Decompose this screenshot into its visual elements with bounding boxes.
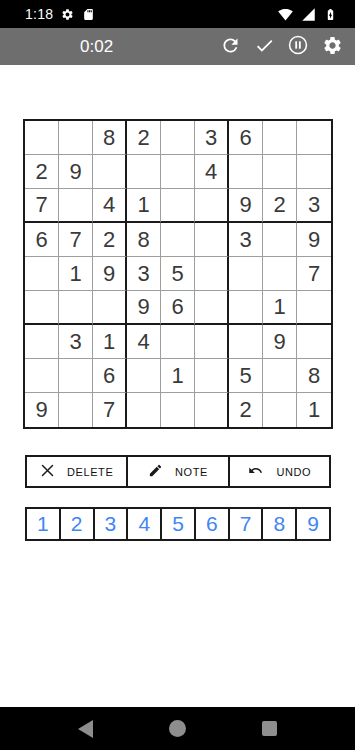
cell-r7c2[interactable]: 3 [59,325,93,359]
pencil-icon [148,463,163,480]
cell-r7c6[interactable] [195,325,229,359]
cell-r2c8[interactable] [263,155,297,189]
pad-digit-8[interactable]: 8 [261,507,297,541]
android-nav-bar [0,707,355,750]
cell-r3c9[interactable]: 3 [297,189,331,223]
action-bar: DELETE NOTE UNDO [25,455,331,488]
cell-r7c1[interactable] [25,325,59,359]
note-button-label: NOTE [175,466,208,478]
cell-r5c3[interactable]: 9 [93,257,127,291]
cell-r2c1[interactable]: 2 [25,155,59,189]
cell-r6c7[interactable] [229,291,263,325]
cell-r9c3[interactable]: 7 [93,393,127,427]
cell-r6c8[interactable]: 1 [263,291,297,325]
cell-r4c2[interactable]: 7 [59,223,93,257]
cell-r6c5[interactable]: 6 [161,291,195,325]
cell-r9c9[interactable]: 1 [297,393,331,427]
cell-r7c3[interactable]: 1 [93,325,127,359]
cell-r4c6[interactable] [195,223,229,257]
toolbar: 0:02 [0,28,355,65]
cell-r9c4[interactable] [127,393,161,427]
game-timer: 0:02 [80,37,113,57]
cell-r1c4[interactable]: 2 [127,121,161,155]
undo-button[interactable]: UNDO [228,455,331,488]
cell-r1c3[interactable]: 8 [93,121,127,155]
cell-r7c8[interactable]: 9 [263,325,297,359]
cell-r5c7[interactable] [229,257,263,291]
cell-r7c9[interactable] [297,325,331,359]
cell-r2c7[interactable] [229,155,263,189]
pad-digit-7[interactable]: 7 [228,507,264,541]
cell-r7c7[interactable] [229,325,263,359]
cell-r9c1[interactable]: 9 [25,393,59,427]
note-button[interactable]: NOTE [126,455,229,488]
status-bar: 1:18 [0,0,355,28]
pad-digit-4[interactable]: 4 [126,507,162,541]
cell-r9c5[interactable] [161,393,195,427]
pad-digit-9[interactable]: 9 [295,507,331,541]
delete-button[interactable]: DELETE [25,455,128,488]
cell-r5c4[interactable]: 3 [127,257,161,291]
cell-r8c2[interactable] [59,359,93,393]
sudoku-board: 823629474192367283919357961314961589721 [23,119,333,429]
delete-button-label: DELETE [67,466,113,478]
cell-r3c2[interactable] [59,189,93,223]
cell-r4c4[interactable]: 8 [127,223,161,257]
cell-r5c9[interactable]: 7 [297,257,331,291]
cell-r1c7[interactable]: 6 [229,121,263,155]
cell-r8c3[interactable]: 6 [93,359,127,393]
cell-r7c5[interactable] [161,325,195,359]
cell-r9c8[interactable] [263,393,297,427]
cell-r6c6[interactable] [195,291,229,325]
pad-digit-3[interactable]: 3 [93,507,129,541]
cell-r8c8[interactable] [263,359,297,393]
cell-r3c4[interactable]: 1 [127,189,161,223]
cell-r6c3[interactable] [93,291,127,325]
cell-r8c4[interactable] [127,359,161,393]
gear-icon [322,35,343,59]
cell-r6c1[interactable] [25,291,59,325]
cell-r9c6[interactable] [195,393,229,427]
cell-r1c8[interactable] [263,121,297,155]
cell-r4c9[interactable]: 9 [297,223,331,257]
cell-r1c6[interactable]: 3 [195,121,229,155]
cell-r6c2[interactable] [59,291,93,325]
undo-button-label: UNDO [276,466,311,478]
number-pad: 123456789 [25,507,331,541]
nav-recents-icon[interactable] [262,721,277,736]
settings-button[interactable] [319,34,345,60]
check-button[interactable] [251,34,277,60]
cell-r8c7[interactable]: 5 [229,359,263,393]
sd-card-icon [82,8,95,21]
cell-r4c8[interactable] [263,223,297,257]
cell-r3c3[interactable]: 4 [93,189,127,223]
cell-r9c7[interactable]: 2 [229,393,263,427]
pad-digit-5[interactable]: 5 [160,507,196,541]
pad-digit-1[interactable]: 1 [25,507,61,541]
cell-r3c1[interactable]: 7 [25,189,59,223]
cell-r2c3[interactable] [93,155,127,189]
cell-r3c7[interactable]: 9 [229,189,263,223]
check-icon [254,35,275,59]
cell-signal-icon [301,7,316,22]
cell-r2c6[interactable]: 4 [195,155,229,189]
cell-r3c5[interactable] [161,189,195,223]
cell-r2c4[interactable] [127,155,161,189]
cell-r1c1[interactable] [25,121,59,155]
undo-arrow-icon [247,463,264,480]
restart-button[interactable] [217,34,243,60]
pause-button[interactable] [285,34,311,60]
restart-icon [220,35,241,59]
cell-r8c1[interactable] [25,359,59,393]
cell-r5c5[interactable]: 5 [161,257,195,291]
nav-home-icon[interactable] [169,720,186,737]
cell-r1c9[interactable] [297,121,331,155]
cell-r5c1[interactable] [25,257,59,291]
cell-r2c5[interactable] [161,155,195,189]
wifi-icon [278,7,293,22]
pad-digit-6[interactable]: 6 [194,507,230,541]
pad-digit-2[interactable]: 2 [59,507,95,541]
cell-r4c5[interactable] [161,223,195,257]
cell-r4c7[interactable]: 3 [229,223,263,257]
cell-r3c6[interactable] [195,189,229,223]
cell-r3c8[interactable]: 2 [263,189,297,223]
cell-r5c8[interactable] [263,257,297,291]
cell-r5c6[interactable] [195,257,229,291]
nav-back-icon[interactable] [78,720,93,738]
cell-r4c1[interactable]: 6 [25,223,59,257]
cell-r8c5[interactable]: 1 [161,359,195,393]
delete-x-icon [40,463,55,480]
cell-r6c9[interactable] [297,291,331,325]
cell-r7c4[interactable]: 4 [127,325,161,359]
battery-charging-icon [324,7,337,22]
cell-r1c2[interactable] [59,121,93,155]
pause-icon [287,34,309,59]
cell-r2c9[interactable] [297,155,331,189]
cell-r9c2[interactable] [59,393,93,427]
cell-r6c4[interactable]: 9 [127,291,161,325]
cell-r8c9[interactable]: 8 [297,359,331,393]
cell-r1c5[interactable] [161,121,195,155]
cell-r5c2[interactable]: 1 [59,257,93,291]
cell-r4c3[interactable]: 2 [93,223,127,257]
settings-gear-icon [61,8,74,21]
cell-r8c6[interactable] [195,359,229,393]
cell-r2c2[interactable]: 9 [59,155,93,189]
status-time: 1:18 [25,6,53,22]
